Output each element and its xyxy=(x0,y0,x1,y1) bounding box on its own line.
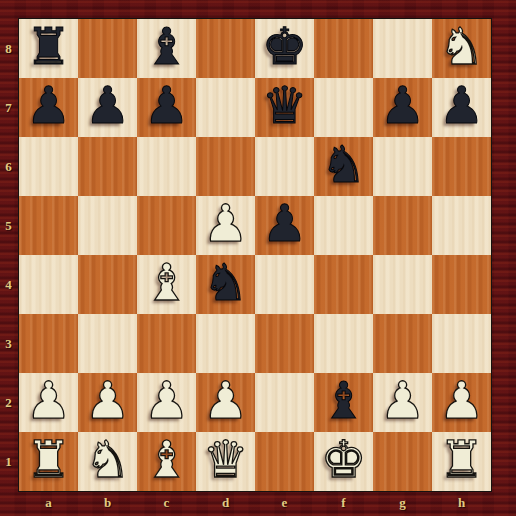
square-d4[interactable]: ♞ xyxy=(196,255,255,314)
square-c2[interactable]: ♟ xyxy=(137,373,196,432)
square-g5[interactable] xyxy=(373,196,432,255)
square-e8[interactable]: ♚ xyxy=(255,19,314,78)
white-pawn[interactable]: ♟ xyxy=(439,375,485,426)
square-b8[interactable] xyxy=(78,19,137,78)
file-label-g: g xyxy=(373,493,432,513)
square-e7[interactable]: ♛ xyxy=(255,78,314,137)
square-g7[interactable]: ♟ xyxy=(373,78,432,137)
square-e5[interactable]: ♟ xyxy=(255,196,314,255)
chess-board: ♜♝♚♞♟♟♟♛♟♟♞♟♟♝♞♟♟♟♟♝♟♟♜♞♝♛♚♜ xyxy=(18,18,492,492)
square-c4[interactable]: ♝ xyxy=(137,255,196,314)
square-b4[interactable] xyxy=(78,255,137,314)
square-e6[interactable] xyxy=(255,137,314,196)
square-a4[interactable] xyxy=(19,255,78,314)
black-pawn[interactable]: ♟ xyxy=(85,80,131,131)
white-bishop[interactable]: ♝ xyxy=(144,257,190,308)
rank-label-2: 2 xyxy=(0,373,17,432)
white-rook[interactable]: ♜ xyxy=(26,434,72,485)
square-d7[interactable] xyxy=(196,78,255,137)
square-f4[interactable] xyxy=(314,255,373,314)
square-a2[interactable]: ♟ xyxy=(19,373,78,432)
square-f1[interactable]: ♚ xyxy=(314,432,373,491)
black-pawn[interactable]: ♟ xyxy=(144,80,190,131)
square-a6[interactable] xyxy=(19,137,78,196)
square-d3[interactable] xyxy=(196,314,255,373)
black-knight[interactable]: ♞ xyxy=(203,257,249,308)
white-king[interactable]: ♚ xyxy=(321,434,367,485)
white-pawn[interactable]: ♟ xyxy=(380,375,426,426)
file-label-h: h xyxy=(432,493,491,513)
square-g2[interactable]: ♟ xyxy=(373,373,432,432)
square-f6[interactable]: ♞ xyxy=(314,137,373,196)
white-knight[interactable]: ♞ xyxy=(85,434,131,485)
square-f7[interactable] xyxy=(314,78,373,137)
square-f8[interactable] xyxy=(314,19,373,78)
rank-label-1: 1 xyxy=(0,432,17,491)
square-f3[interactable] xyxy=(314,314,373,373)
square-e2[interactable] xyxy=(255,373,314,432)
square-e4[interactable] xyxy=(255,255,314,314)
square-b1[interactable]: ♞ xyxy=(78,432,137,491)
square-g4[interactable] xyxy=(373,255,432,314)
square-c5[interactable] xyxy=(137,196,196,255)
square-a3[interactable] xyxy=(19,314,78,373)
square-d8[interactable] xyxy=(196,19,255,78)
file-label-f: f xyxy=(314,493,373,513)
black-bishop[interactable]: ♝ xyxy=(144,21,190,72)
square-h6[interactable] xyxy=(432,137,491,196)
black-pawn[interactable]: ♟ xyxy=(380,80,426,131)
square-d1[interactable]: ♛ xyxy=(196,432,255,491)
square-c3[interactable] xyxy=(137,314,196,373)
white-knight[interactable]: ♞ xyxy=(439,21,485,72)
square-h7[interactable]: ♟ xyxy=(432,78,491,137)
rank-label-5: 5 xyxy=(0,196,17,255)
square-e1[interactable] xyxy=(255,432,314,491)
square-g8[interactable] xyxy=(373,19,432,78)
square-c7[interactable]: ♟ xyxy=(137,78,196,137)
square-b7[interactable]: ♟ xyxy=(78,78,137,137)
file-label-d: d xyxy=(196,493,255,513)
black-queen[interactable]: ♛ xyxy=(262,80,308,131)
black-knight[interactable]: ♞ xyxy=(321,139,367,190)
black-rook[interactable]: ♜ xyxy=(26,21,72,72)
square-h8[interactable]: ♞ xyxy=(432,19,491,78)
file-label-a: a xyxy=(19,493,78,513)
square-g6[interactable] xyxy=(373,137,432,196)
rank-label-3: 3 xyxy=(0,314,17,373)
square-c8[interactable]: ♝ xyxy=(137,19,196,78)
white-pawn[interactable]: ♟ xyxy=(203,375,249,426)
square-c6[interactable] xyxy=(137,137,196,196)
square-a5[interactable] xyxy=(19,196,78,255)
square-f5[interactable] xyxy=(314,196,373,255)
black-pawn[interactable]: ♟ xyxy=(262,198,308,249)
rank-label-4: 4 xyxy=(0,255,17,314)
square-a7[interactable]: ♟ xyxy=(19,78,78,137)
square-a1[interactable]: ♜ xyxy=(19,432,78,491)
square-f2[interactable]: ♝ xyxy=(314,373,373,432)
white-pawn[interactable]: ♟ xyxy=(85,375,131,426)
rank-label-6: 6 xyxy=(0,137,17,196)
file-label-c: c xyxy=(137,493,196,513)
black-pawn[interactable]: ♟ xyxy=(439,80,485,131)
white-queen[interactable]: ♛ xyxy=(203,434,249,485)
square-b3[interactable] xyxy=(78,314,137,373)
rank-label-8: 8 xyxy=(0,19,17,78)
square-b6[interactable] xyxy=(78,137,137,196)
square-c1[interactable]: ♝ xyxy=(137,432,196,491)
white-rook[interactable]: ♜ xyxy=(439,434,485,485)
square-b5[interactable] xyxy=(78,196,137,255)
square-d6[interactable] xyxy=(196,137,255,196)
square-h3[interactable] xyxy=(432,314,491,373)
black-king[interactable]: ♚ xyxy=(262,21,308,72)
white-pawn[interactable]: ♟ xyxy=(26,375,72,426)
square-g1[interactable] xyxy=(373,432,432,491)
square-h4[interactable] xyxy=(432,255,491,314)
square-e3[interactable] xyxy=(255,314,314,373)
square-h5[interactable] xyxy=(432,196,491,255)
square-h1[interactable]: ♜ xyxy=(432,432,491,491)
square-h2[interactable]: ♟ xyxy=(432,373,491,432)
black-bishop[interactable]: ♝ xyxy=(321,375,367,426)
black-pawn[interactable]: ♟ xyxy=(26,80,72,131)
square-b2[interactable]: ♟ xyxy=(78,373,137,432)
white-bishop[interactable]: ♝ xyxy=(144,434,190,485)
white-pawn[interactable]: ♟ xyxy=(144,375,190,426)
rank-label-7: 7 xyxy=(0,78,17,137)
file-label-e: e xyxy=(255,493,314,513)
square-a8[interactable]: ♜ xyxy=(19,19,78,78)
square-g3[interactable] xyxy=(373,314,432,373)
square-d2[interactable]: ♟ xyxy=(196,373,255,432)
file-label-b: b xyxy=(78,493,137,513)
square-d5[interactable]: ♟ xyxy=(196,196,255,255)
white-pawn[interactable]: ♟ xyxy=(203,198,249,249)
